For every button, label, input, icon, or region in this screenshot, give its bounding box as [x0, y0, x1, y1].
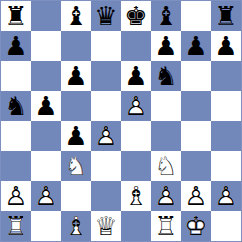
white-rook-outline-glyph: ♖ — [151, 211, 181, 241]
square-b8[interactable] — [31, 1, 61, 31]
white-bishop-outline-glyph: ♗ — [61, 211, 91, 241]
black-pawn-piece: ♟ — [61, 121, 91, 151]
square-a5[interactable]: ♞ — [1, 91, 31, 121]
black-bishop-piece: ♝ — [61, 1, 91, 31]
black-pawn-glyph: ♟ — [61, 61, 91, 91]
white-knight-piece: ♞♘ — [151, 151, 181, 181]
black-bishop-piece: ♝ — [151, 1, 181, 31]
black-bishop-glyph: ♝ — [61, 1, 91, 31]
square-e5[interactable]: ♟♙ — [121, 91, 151, 121]
white-pawn-outline-glyph: ♙ — [151, 181, 181, 211]
square-h5[interactable] — [211, 91, 241, 121]
square-b1[interactable] — [31, 211, 61, 241]
black-rook-glyph: ♜ — [211, 1, 241, 31]
white-bishop-piece: ♝♗ — [121, 181, 151, 211]
square-h7[interactable]: ♟ — [211, 31, 241, 61]
white-king-outline-glyph: ♔ — [181, 211, 211, 241]
black-knight-glyph: ♞ — [1, 91, 31, 121]
square-b2[interactable]: ♟♙ — [31, 181, 61, 211]
square-a4[interactable] — [1, 121, 31, 151]
square-b5[interactable]: ♟ — [31, 91, 61, 121]
black-king-piece: ♚ — [121, 1, 151, 31]
white-pawn-piece: ♟♙ — [121, 91, 151, 121]
white-queen-piece: ♛♕ — [91, 211, 121, 241]
white-pawn-outline-glyph: ♙ — [91, 121, 121, 151]
white-rook-piece: ♜♖ — [1, 211, 31, 241]
square-f4[interactable] — [151, 121, 181, 151]
square-c1[interactable]: ♝♗ — [61, 211, 91, 241]
square-e8[interactable]: ♚ — [121, 1, 151, 31]
black-pawn-glyph: ♟ — [31, 91, 61, 121]
black-pawn-piece: ♟ — [61, 61, 91, 91]
white-rook-piece: ♜♖ — [151, 211, 181, 241]
square-e7[interactable] — [121, 31, 151, 61]
white-pawn-outline-glyph: ♙ — [31, 181, 61, 211]
black-pawn-piece: ♟ — [151, 31, 181, 61]
square-d8[interactable]: ♛ — [91, 1, 121, 31]
square-g7[interactable]: ♟ — [181, 31, 211, 61]
square-h4[interactable] — [211, 121, 241, 151]
square-d2[interactable] — [91, 181, 121, 211]
white-pawn-outline-glyph: ♙ — [181, 181, 211, 211]
black-pawn-piece: ♟ — [121, 61, 151, 91]
white-knight-outline-glyph: ♘ — [151, 151, 181, 181]
black-pawn-glyph: ♟ — [151, 31, 181, 61]
square-h6[interactable] — [211, 61, 241, 91]
black-knight-piece: ♞ — [151, 61, 181, 91]
square-b7[interactable] — [31, 31, 61, 61]
white-pawn-outline-glyph: ♙ — [121, 91, 151, 121]
black-queen-glyph: ♛ — [91, 1, 121, 31]
black-pawn-glyph: ♟ — [61, 121, 91, 151]
square-f8[interactable]: ♝ — [151, 1, 181, 31]
white-pawn-outline-glyph: ♙ — [211, 181, 241, 211]
square-d3[interactable] — [91, 151, 121, 181]
square-c6[interactable]: ♟ — [61, 61, 91, 91]
square-h1[interactable] — [211, 211, 241, 241]
white-pawn-piece: ♟♙ — [151, 181, 181, 211]
square-b3[interactable] — [31, 151, 61, 181]
black-pawn-piece: ♟ — [181, 31, 211, 61]
white-pawn-piece: ♟♙ — [91, 121, 121, 151]
square-f5[interactable] — [151, 91, 181, 121]
square-g1[interactable]: ♚♔ — [181, 211, 211, 241]
square-a2[interactable]: ♟♙ — [1, 181, 31, 211]
square-h8[interactable]: ♜ — [211, 1, 241, 31]
square-c5[interactable] — [61, 91, 91, 121]
black-pawn-glyph: ♟ — [211, 31, 241, 61]
square-c7[interactable] — [61, 31, 91, 61]
white-pawn-piece: ♟♙ — [181, 181, 211, 211]
square-d7[interactable] — [91, 31, 121, 61]
square-d1[interactable]: ♛♕ — [91, 211, 121, 241]
square-g5[interactable] — [181, 91, 211, 121]
chess-board: ♜♝♛♚♝♜♟♟♟♟♟♟♞♞♟♟♙♟♟♙♞♘♞♘♟♙♟♙♝♗♟♙♟♙♟♙♜♖♝♗… — [0, 0, 242, 242]
black-rook-piece: ♜ — [1, 1, 31, 31]
black-king-glyph: ♚ — [121, 1, 151, 31]
square-a7[interactable]: ♟ — [1, 31, 31, 61]
black-bishop-glyph: ♝ — [151, 1, 181, 31]
white-knight-piece: ♞♘ — [61, 151, 91, 181]
white-pawn-piece: ♟♙ — [1, 181, 31, 211]
black-pawn-glyph: ♟ — [181, 31, 211, 61]
white-bishop-outline-glyph: ♗ — [121, 181, 151, 211]
black-knight-glyph: ♞ — [151, 61, 181, 91]
square-f3[interactable]: ♞♘ — [151, 151, 181, 181]
white-knight-outline-glyph: ♘ — [61, 151, 91, 181]
square-d6[interactable] — [91, 61, 121, 91]
black-pawn-piece: ♟ — [1, 31, 31, 61]
square-e6[interactable]: ♟ — [121, 61, 151, 91]
square-d5[interactable] — [91, 91, 121, 121]
square-c3[interactable]: ♞♘ — [61, 151, 91, 181]
black-rook-piece: ♜ — [211, 1, 241, 31]
black-pawn-piece: ♟ — [211, 31, 241, 61]
white-pawn-piece: ♟♙ — [31, 181, 61, 211]
square-g8[interactable] — [181, 1, 211, 31]
white-pawn-piece: ♟♙ — [211, 181, 241, 211]
black-queen-piece: ♛ — [91, 1, 121, 31]
square-f2[interactable]: ♟♙ — [151, 181, 181, 211]
square-a3[interactable] — [1, 151, 31, 181]
square-f6[interactable]: ♞ — [151, 61, 181, 91]
white-pawn-outline-glyph: ♙ — [1, 181, 31, 211]
square-c2[interactable] — [61, 181, 91, 211]
square-c4[interactable]: ♟ — [61, 121, 91, 151]
black-pawn-piece: ♟ — [31, 91, 61, 121]
square-e2[interactable]: ♝♗ — [121, 181, 151, 211]
square-g4[interactable] — [181, 121, 211, 151]
square-g2[interactable]: ♟♙ — [181, 181, 211, 211]
black-pawn-glyph: ♟ — [1, 31, 31, 61]
black-rook-glyph: ♜ — [1, 1, 31, 31]
square-h3[interactable] — [211, 151, 241, 181]
square-a8[interactable]: ♜ — [1, 1, 31, 31]
square-a6[interactable] — [1, 61, 31, 91]
square-h2[interactable]: ♟♙ — [211, 181, 241, 211]
square-e4[interactable] — [121, 121, 151, 151]
white-bishop-piece: ♝♗ — [61, 211, 91, 241]
square-g3[interactable] — [181, 151, 211, 181]
square-b6[interactable] — [31, 61, 61, 91]
black-pawn-glyph: ♟ — [121, 61, 151, 91]
white-rook-outline-glyph: ♖ — [1, 211, 31, 241]
square-c8[interactable]: ♝ — [61, 1, 91, 31]
square-f1[interactable]: ♜♖ — [151, 211, 181, 241]
black-knight-piece: ♞ — [1, 91, 31, 121]
square-d4[interactable]: ♟♙ — [91, 121, 121, 151]
white-king-piece: ♚♔ — [181, 211, 211, 241]
white-queen-outline-glyph: ♕ — [91, 211, 121, 241]
square-a1[interactable]: ♜♖ — [1, 211, 31, 241]
square-e3[interactable] — [121, 151, 151, 181]
square-b4[interactable] — [31, 121, 61, 151]
square-e1[interactable] — [121, 211, 151, 241]
square-g6[interactable] — [181, 61, 211, 91]
square-f7[interactable]: ♟ — [151, 31, 181, 61]
